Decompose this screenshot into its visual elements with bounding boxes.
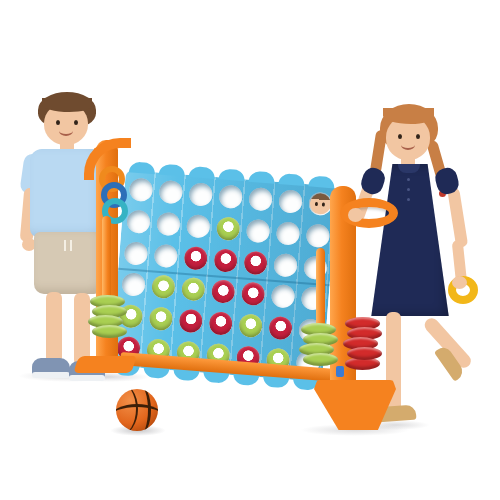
blue-latch (336, 366, 344, 377)
girl-hair-fringe (383, 108, 434, 124)
child-face-through-hole (309, 193, 332, 216)
cell-r4c6 (266, 280, 298, 314)
cell-r5c5 (234, 309, 266, 343)
cell-r3c7 (299, 250, 331, 284)
boy-smile (59, 126, 73, 136)
ring-stack-green-left (90, 298, 125, 338)
board-scallop (129, 161, 156, 174)
board-hole (153, 243, 178, 268)
red-ring-piece (208, 311, 233, 336)
green-ring-piece (151, 275, 176, 300)
board-hole (123, 241, 148, 266)
ring-stack-green-right (301, 326, 336, 366)
board-hole (185, 214, 210, 239)
dress-button (407, 198, 410, 201)
cell-r1c2 (154, 175, 186, 209)
cell-r1c3 (184, 178, 216, 212)
girl-eye (398, 134, 402, 139)
board-hole (248, 187, 273, 212)
board-hole (158, 180, 183, 205)
board-hole (238, 313, 263, 338)
board-hole (188, 182, 213, 207)
board-hole (183, 245, 208, 270)
product-photo-giant-connect-four (0, 0, 500, 500)
red-ring-piece (213, 248, 238, 273)
cell-r4c2 (147, 270, 179, 304)
green-ring-piece (215, 216, 240, 241)
boy-sneaker (32, 358, 70, 375)
cell-r1c5 (244, 182, 276, 216)
board-scallop (278, 173, 305, 186)
sneaker-sole (32, 372, 70, 378)
stacked-toss-ring (92, 325, 127, 338)
cell-r1c4 (214, 180, 246, 214)
cell-r3c3 (179, 241, 211, 275)
board-hole (218, 185, 243, 210)
board-hole (148, 306, 173, 331)
shorts-drawstring (64, 240, 66, 251)
stacked-toss-ring (347, 347, 382, 360)
board-scallop (159, 164, 186, 177)
cell-r2c5 (241, 214, 273, 248)
cell-r4c1 (117, 268, 149, 302)
board-scallop (308, 175, 335, 188)
red-ring-piece (210, 279, 235, 304)
green-ring-piece (180, 277, 205, 302)
board-hole (151, 275, 176, 300)
cell-r2c3 (182, 209, 214, 243)
board-hole (240, 282, 265, 307)
boy-eye (74, 120, 78, 125)
board-hole (121, 272, 146, 297)
red-ring-piece (178, 309, 203, 334)
cell-r3c1 (119, 236, 151, 270)
board-hole (126, 209, 151, 234)
girl-eye (416, 134, 420, 139)
board-hole (273, 253, 298, 278)
cell-r2c4 (212, 212, 244, 246)
red-ring-piece (243, 250, 268, 275)
board-hole (210, 279, 235, 304)
board-hole (245, 219, 270, 244)
cell-r3c4 (209, 243, 241, 277)
green-ring-piece (238, 313, 263, 338)
cell-r1c6 (274, 185, 306, 219)
board-scallop (219, 168, 246, 181)
board-hole (278, 189, 303, 214)
board-hole (305, 223, 330, 248)
cell-r4c3 (177, 272, 209, 306)
board-hole (270, 284, 295, 309)
red-ring-piece (240, 282, 265, 307)
frame-foot-left (73, 356, 137, 373)
board-hole (268, 316, 293, 341)
board-hole (180, 277, 205, 302)
cell-r5c3 (174, 304, 206, 338)
board-hole (215, 216, 240, 241)
sneaker-sole (69, 375, 105, 381)
boy-shorts (34, 232, 104, 294)
board-hole (156, 212, 181, 237)
shorts-drawstring (70, 240, 72, 251)
cell-r5c6 (264, 311, 296, 345)
boy-eye (56, 120, 60, 125)
ring-stack-red-right (345, 320, 380, 370)
board-hole (275, 221, 300, 246)
girl-smile (401, 140, 415, 150)
boy-leg (46, 292, 62, 364)
cell-r5c4 (204, 306, 236, 340)
stacked-toss-ring (303, 353, 338, 366)
cell-r3c5 (239, 246, 271, 280)
board-hole (308, 192, 333, 217)
dress-button (407, 178, 410, 181)
board-hole (128, 178, 153, 203)
board-scallop (189, 166, 216, 179)
cell-r4c5 (236, 277, 268, 311)
girl-hand-on-hoop (348, 208, 363, 222)
cell-r2c2 (152, 207, 184, 241)
cell-r4c4 (207, 275, 239, 309)
girl-hand (452, 276, 467, 289)
red-ring-piece (268, 316, 293, 341)
cell-r3c2 (149, 239, 181, 273)
basketball (116, 389, 158, 431)
dress-button (407, 188, 410, 191)
board-hole (243, 250, 268, 275)
green-ring-piece (148, 306, 173, 331)
board-hole (208, 311, 233, 336)
red-ring-piece (183, 245, 208, 270)
board-hole (213, 248, 238, 273)
board-hole (178, 309, 203, 334)
cell-r5c2 (144, 302, 176, 336)
cell-r2c6 (271, 216, 303, 250)
cell-r3c6 (269, 248, 301, 282)
board-scallop (248, 171, 275, 184)
